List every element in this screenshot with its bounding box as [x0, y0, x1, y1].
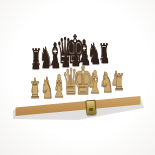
piece-black-pawn[interactable]: ♟: [31, 54, 41, 74]
pieces-layer: ♜♞♝♛♚♝♞♜♟♟♟♟♟♟♟♟♟♟♟♟♟♟♟♟♜♞♝♛♚♝♞♜: [0, 0, 155, 155]
piece-white-knight[interactable]: ♞: [100, 69, 114, 96]
clasp-slot: [89, 108, 93, 111]
piece-black-pawn[interactable]: ♟: [41, 53, 51, 73]
product-photo: ♜♞♝♛♚♝♞♜♟♟♟♟♟♟♟♟♟♟♟♟♟♟♟♟♜♞♝♛♚♝♞♜: [0, 0, 155, 155]
piece-white-rook[interactable]: ♜: [29, 79, 41, 102]
piece-white-rook[interactable]: ♜: [113, 72, 125, 95]
